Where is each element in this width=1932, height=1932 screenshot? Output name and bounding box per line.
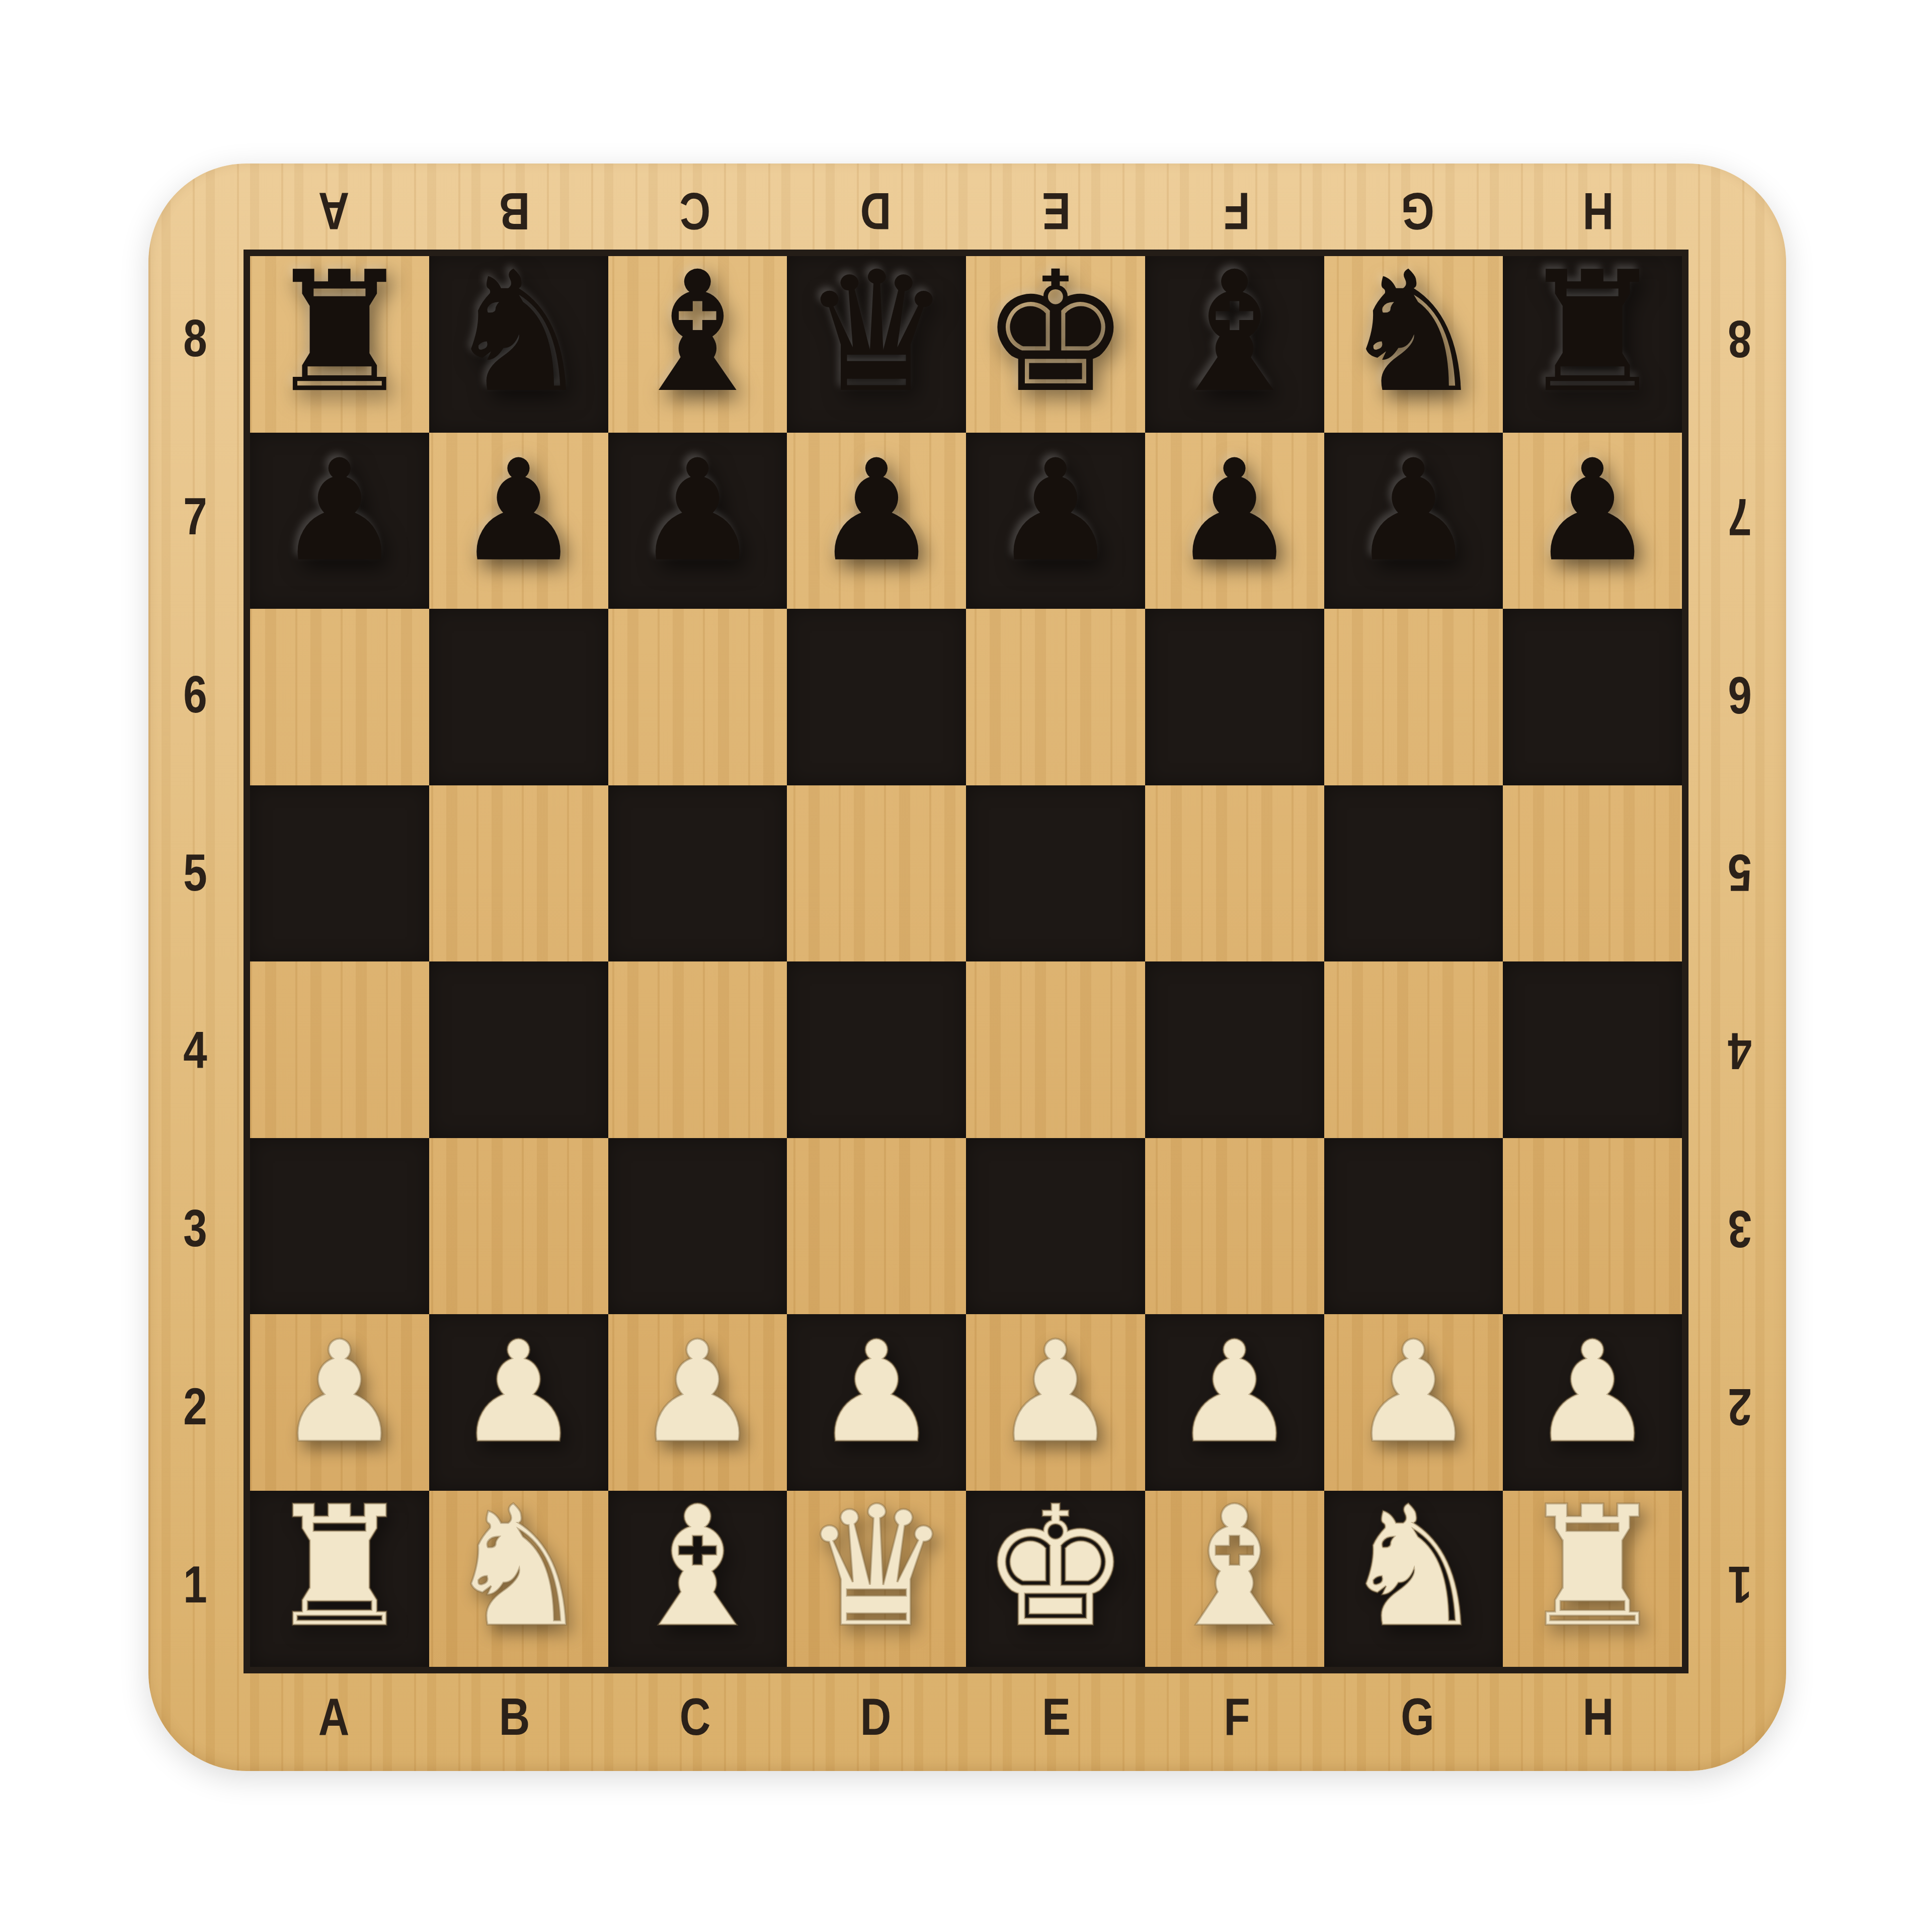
square-f4[interactable] <box>1145 961 1324 1138</box>
file-label-top-c: C <box>621 179 769 244</box>
square-h7[interactable]: ♟ <box>1503 433 1682 609</box>
rank-labels-right: 87654321 <box>1707 250 1773 1673</box>
square-f8[interactable]: ♝ <box>1145 256 1324 433</box>
file-label-top-b: B <box>440 179 588 244</box>
square-c3[interactable] <box>608 1138 787 1315</box>
rank-labels-left: 87654321 <box>163 250 228 1673</box>
square-b6[interactable] <box>429 609 608 785</box>
square-c4[interactable] <box>608 961 787 1138</box>
rank-label-right-3: 3 <box>1713 1140 1767 1318</box>
file-label-bottom-d: D <box>801 1684 949 1749</box>
square-b8[interactable]: ♞ <box>429 256 608 433</box>
square-a1[interactable]: ♜ <box>250 1491 429 1667</box>
square-b3[interactable] <box>429 1138 608 1315</box>
rank-label-right-4: 4 <box>1713 961 1767 1140</box>
square-h8[interactable]: ♜ <box>1503 256 1682 433</box>
white-rook: ♜ <box>1518 1484 1667 1650</box>
square-h6[interactable] <box>1503 609 1682 785</box>
square-c5[interactable] <box>608 785 787 962</box>
file-label-bottom-g: G <box>1343 1684 1491 1749</box>
square-d1[interactable]: ♛ <box>787 1491 966 1667</box>
rank-label-left-6: 6 <box>169 606 222 784</box>
square-b5[interactable] <box>429 785 608 962</box>
square-e3[interactable] <box>966 1138 1145 1315</box>
file-labels-top: ABCDEFGH <box>244 179 1688 244</box>
black-pawn: ♟ <box>1351 441 1476 581</box>
square-a2[interactable]: ♟ <box>250 1314 429 1491</box>
file-label-bottom-f: F <box>1163 1684 1311 1749</box>
square-h3[interactable] <box>1503 1138 1682 1315</box>
square-e8[interactable]: ♚ <box>966 256 1145 433</box>
square-b7[interactable]: ♟ <box>429 433 608 609</box>
square-c7[interactable]: ♟ <box>608 433 787 609</box>
square-c8[interactable]: ♝ <box>608 256 787 433</box>
square-a3[interactable] <box>250 1138 429 1315</box>
square-d6[interactable] <box>787 609 966 785</box>
rank-label-left-8: 8 <box>169 250 222 428</box>
square-d4[interactable] <box>787 961 966 1138</box>
square-f1[interactable]: ♝ <box>1145 1491 1324 1667</box>
rank-label-left-5: 5 <box>169 783 222 961</box>
black-knight: ♞ <box>444 250 593 416</box>
square-d8[interactable]: ♛ <box>787 256 966 433</box>
square-f7[interactable]: ♟ <box>1145 433 1324 609</box>
rank-label-left-4: 4 <box>169 961 222 1140</box>
black-pawn: ♟ <box>814 441 939 581</box>
white-pawn: ♟ <box>277 1323 402 1463</box>
square-h1[interactable]: ♜ <box>1503 1491 1682 1667</box>
rank-label-left-2: 2 <box>169 1318 222 1496</box>
file-label-bottom-c: C <box>621 1684 769 1749</box>
white-pawn: ♟ <box>1172 1323 1297 1463</box>
square-g4[interactable] <box>1324 961 1503 1138</box>
white-pawn: ♟ <box>635 1323 760 1463</box>
white-pawn: ♟ <box>1351 1323 1476 1463</box>
file-labels-bottom: ABCDEFGH <box>244 1684 1688 1749</box>
square-b1[interactable]: ♞ <box>429 1491 608 1667</box>
black-bishop: ♝ <box>623 250 772 416</box>
black-pawn: ♟ <box>993 441 1118 581</box>
square-h2[interactable]: ♟ <box>1503 1314 1682 1491</box>
square-b2[interactable]: ♟ <box>429 1314 608 1491</box>
rank-label-right-8: 8 <box>1713 250 1767 428</box>
black-rook: ♜ <box>265 250 414 416</box>
black-rook: ♜ <box>1518 250 1667 416</box>
square-d7[interactable]: ♟ <box>787 433 966 609</box>
photo-background: ABCDEFGH 87654321 87654321 ♜♞♝♛♚♝♞♜♟♟♟♟♟… <box>0 0 1932 1932</box>
rank-label-right-6: 6 <box>1713 606 1767 784</box>
white-pawn: ♟ <box>456 1323 581 1463</box>
square-g5[interactable] <box>1324 785 1503 962</box>
white-pawn: ♟ <box>814 1323 939 1463</box>
square-g7[interactable]: ♟ <box>1324 433 1503 609</box>
black-pawn: ♟ <box>277 441 402 581</box>
square-d3[interactable] <box>787 1138 966 1315</box>
black-pawn: ♟ <box>635 441 760 581</box>
white-bishop: ♝ <box>1160 1484 1309 1650</box>
white-bishop: ♝ <box>623 1484 772 1650</box>
square-e6[interactable] <box>966 609 1145 785</box>
black-pawn: ♟ <box>456 441 581 581</box>
rank-label-right-1: 1 <box>1713 1495 1767 1673</box>
square-e7[interactable]: ♟ <box>966 433 1145 609</box>
square-a5[interactable] <box>250 785 429 962</box>
file-label-bottom-b: B <box>440 1684 588 1749</box>
square-a6[interactable] <box>250 609 429 785</box>
white-knight: ♞ <box>444 1484 593 1650</box>
square-a4[interactable] <box>250 961 429 1138</box>
square-e5[interactable] <box>966 785 1145 962</box>
black-knight: ♞ <box>1339 250 1488 416</box>
file-label-top-e: E <box>982 179 1130 244</box>
white-king: ♚ <box>981 1484 1130 1650</box>
file-label-top-g: G <box>1343 179 1491 244</box>
square-e4[interactable] <box>966 961 1145 1138</box>
square-a8[interactable]: ♜ <box>250 256 429 433</box>
file-label-top-d: D <box>801 179 949 244</box>
black-king: ♚ <box>981 250 1130 416</box>
rank-label-right-7: 7 <box>1713 428 1767 606</box>
square-g8[interactable]: ♞ <box>1324 256 1503 433</box>
black-pawn: ♟ <box>1530 441 1655 581</box>
square-g6[interactable] <box>1324 609 1503 785</box>
rank-label-left-7: 7 <box>169 428 222 606</box>
file-label-top-a: A <box>260 179 408 244</box>
square-a7[interactable]: ♟ <box>250 433 429 609</box>
file-label-bottom-h: H <box>1524 1684 1672 1749</box>
square-c1[interactable]: ♝ <box>608 1491 787 1667</box>
black-bishop: ♝ <box>1160 250 1309 416</box>
square-d5[interactable] <box>787 785 966 962</box>
square-f5[interactable] <box>1145 785 1324 962</box>
white-rook: ♜ <box>265 1484 414 1650</box>
square-f6[interactable] <box>1145 609 1324 785</box>
square-c6[interactable] <box>608 609 787 785</box>
square-e2[interactable]: ♟ <box>966 1314 1145 1491</box>
rank-label-left-3: 3 <box>169 1140 222 1318</box>
chess-board: ABCDEFGH 87654321 87654321 ♜♞♝♛♚♝♞♜♟♟♟♟♟… <box>148 164 1786 1771</box>
square-e1[interactable]: ♚ <box>966 1491 1145 1667</box>
square-c2[interactable]: ♟ <box>608 1314 787 1491</box>
square-g3[interactable] <box>1324 1138 1503 1315</box>
file-label-top-f: F <box>1163 179 1311 244</box>
rank-label-left-1: 1 <box>169 1495 222 1673</box>
file-label-top-h: H <box>1524 179 1672 244</box>
square-g2[interactable]: ♟ <box>1324 1314 1503 1491</box>
rank-label-right-5: 5 <box>1713 783 1767 961</box>
square-g1[interactable]: ♞ <box>1324 1491 1503 1667</box>
square-f2[interactable]: ♟ <box>1145 1314 1324 1491</box>
white-pawn: ♟ <box>1530 1323 1655 1463</box>
square-h4[interactable] <box>1503 961 1682 1138</box>
black-pawn: ♟ <box>1172 441 1297 581</box>
square-h5[interactable] <box>1503 785 1682 962</box>
white-pawn: ♟ <box>993 1323 1118 1463</box>
white-queen: ♛ <box>802 1484 951 1650</box>
file-label-bottom-a: A <box>260 1684 408 1749</box>
white-knight: ♞ <box>1339 1484 1488 1650</box>
rank-label-right-2: 2 <box>1713 1318 1767 1496</box>
board-grid: ♜♞♝♛♚♝♞♜♟♟♟♟♟♟♟♟♟♟♟♟♟♟♟♟♜♞♝♛♚♝♞♜ <box>244 250 1688 1673</box>
square-f3[interactable] <box>1145 1138 1324 1315</box>
square-b4[interactable] <box>429 961 608 1138</box>
file-label-bottom-e: E <box>982 1684 1130 1749</box>
black-queen: ♛ <box>802 250 951 416</box>
square-d2[interactable]: ♟ <box>787 1314 966 1491</box>
